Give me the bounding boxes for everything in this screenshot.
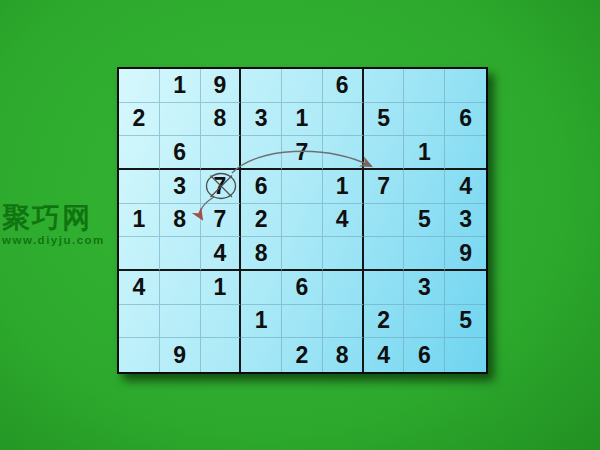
cell-r6c2[interactable] [160,237,201,271]
cell-r6c1[interactable] [119,237,160,271]
cell-r5c3: 7 [201,204,242,238]
cell-r1c7[interactable] [364,69,405,103]
cell-r3c7[interactable] [364,136,405,170]
cell-r5c8: 5 [404,204,445,238]
watermark-site-url: www.diyju.com [2,235,105,247]
cell-r7c1: 4 [119,271,160,305]
cell-r9c9[interactable] [445,338,486,372]
cell-r3c1[interactable] [119,136,160,170]
cell-r1c1[interactable] [119,69,160,103]
cell-r7c3: 1 [201,271,242,305]
cell-r7c4[interactable] [241,271,282,305]
cell-r7c6[interactable] [323,271,364,305]
cell-r4c2: 3 [160,170,201,204]
cell-r3c2: 6 [160,136,201,170]
cell-r8c8[interactable] [404,305,445,339]
cell-r7c7[interactable] [364,271,405,305]
cell-r2c7: 5 [364,103,405,137]
cell-r9c8: 6 [404,338,445,372]
cell-r2c4: 3 [241,103,282,137]
cell-r5c5[interactable] [282,204,323,238]
cell-r2c2[interactable] [160,103,201,137]
cell-r3c8: 1 [404,136,445,170]
cell-r1c3: 9 [201,69,242,103]
cell-r2c5: 1 [282,103,323,137]
cell-r5c6: 4 [323,204,364,238]
cell-r3c5: 7 [282,136,323,170]
cell-r8c3[interactable] [201,305,242,339]
cell-r2c6[interactable] [323,103,364,137]
cell-r1c8[interactable] [404,69,445,103]
cell-r9c7: 4 [364,338,405,372]
cell-r2c1: 2 [119,103,160,137]
cell-r3c4[interactable] [241,136,282,170]
cell-r3c3[interactable] [201,136,242,170]
cell-r9c2: 9 [160,338,201,372]
page-background: 聚巧网 www.diyju.com 1962831566713761741872… [0,0,600,450]
cell-r8c2[interactable] [160,305,201,339]
sudoku-grid: 1962831566713761741872453489416312592846 [119,69,486,372]
cell-r6c8[interactable] [404,237,445,271]
cell-r7c2[interactable] [160,271,201,305]
cell-r7c9[interactable] [445,271,486,305]
cell-r5c1: 1 [119,204,160,238]
cell-r1c4[interactable] [241,69,282,103]
cell-r4c5[interactable] [282,170,323,204]
cell-r1c6: 6 [323,69,364,103]
cell-r6c3: 4 [201,237,242,271]
cell-r6c9: 9 [445,237,486,271]
cell-r4c8[interactable] [404,170,445,204]
cell-r2c9: 6 [445,103,486,137]
cell-r3c9[interactable] [445,136,486,170]
cell-r5c9: 3 [445,204,486,238]
cell-r1c2: 1 [160,69,201,103]
cell-r6c4: 8 [241,237,282,271]
cell-r7c8: 3 [404,271,445,305]
sudoku-board: 1962831566713761741872453489416312592846 [117,67,488,374]
cell-r8c5[interactable] [282,305,323,339]
cell-r9c4[interactable] [241,338,282,372]
cell-r4c1[interactable] [119,170,160,204]
cell-r2c3: 8 [201,103,242,137]
watermark: 聚巧网 www.diyju.com [2,204,105,247]
cell-r4c3: 7 [201,170,242,204]
cell-r9c3[interactable] [201,338,242,372]
cell-r1c5[interactable] [282,69,323,103]
cell-r6c7[interactable] [364,237,405,271]
cell-r5c4: 2 [241,204,282,238]
cell-r4c7: 7 [364,170,405,204]
cell-r4c9: 4 [445,170,486,204]
cell-r8c7: 2 [364,305,405,339]
cell-r3c6[interactable] [323,136,364,170]
cell-r9c5: 2 [282,338,323,372]
cell-r4c6: 1 [323,170,364,204]
cell-r7c5: 6 [282,271,323,305]
cell-r8c9: 5 [445,305,486,339]
cell-r9c6: 8 [323,338,364,372]
cell-r8c4: 1 [241,305,282,339]
cell-r8c6[interactable] [323,305,364,339]
cell-r2c8[interactable] [404,103,445,137]
cell-r6c6[interactable] [323,237,364,271]
cell-r5c2: 8 [160,204,201,238]
cell-r6c5[interactable] [282,237,323,271]
cell-r4c4: 6 [241,170,282,204]
watermark-site-name: 聚巧网 [2,204,105,232]
cell-r8c1[interactable] [119,305,160,339]
cell-r9c1[interactable] [119,338,160,372]
cell-r5c7[interactable] [364,204,405,238]
cell-r1c9[interactable] [445,69,486,103]
